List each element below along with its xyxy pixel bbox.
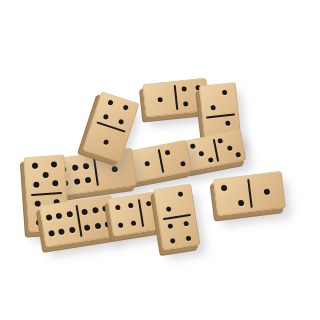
pip	[52, 180, 58, 186]
domino-tile-1-2-chain-mid-center[interactable]	[129, 140, 192, 182]
pip	[183, 221, 189, 227]
pip	[85, 177, 92, 184]
pip	[165, 150, 171, 156]
pip	[33, 182, 39, 188]
pip	[72, 164, 79, 171]
pip	[66, 211, 73, 218]
tile-half-left	[213, 175, 252, 216]
pip	[42, 172, 48, 178]
pip	[128, 203, 134, 209]
pip	[92, 207, 99, 214]
pip	[177, 191, 183, 197]
domino-board	[0, 0, 320, 320]
pip	[45, 214, 52, 221]
pip	[74, 179, 81, 186]
pip	[58, 228, 65, 235]
pip	[118, 222, 124, 228]
pip	[131, 220, 137, 226]
pip	[186, 235, 192, 241]
tile-half-right	[247, 171, 286, 212]
pip	[118, 118, 124, 124]
pip	[145, 201, 151, 207]
tile-half-top	[23, 155, 67, 195]
pip	[182, 86, 187, 91]
pip	[225, 121, 230, 126]
pip	[170, 238, 176, 244]
pip	[84, 224, 91, 231]
pip	[199, 150, 205, 156]
pip	[115, 205, 121, 211]
domino-tile-2-4-chain-bottom-hanging[interactable]	[153, 183, 200, 250]
pip	[102, 113, 108, 119]
pip	[123, 105, 129, 111]
pip	[222, 89, 227, 94]
tile-half-left	[142, 81, 177, 117]
pip	[144, 161, 150, 167]
pip	[69, 227, 76, 234]
pip	[157, 96, 162, 101]
pip	[227, 145, 233, 151]
pip	[107, 100, 113, 106]
pip	[238, 199, 245, 206]
pip	[83, 163, 90, 170]
pip	[112, 166, 119, 173]
pip	[103, 139, 109, 145]
pip	[263, 188, 270, 195]
pip	[208, 157, 214, 163]
pip	[189, 144, 195, 150]
domino-tile-3-3-chain-mid-right[interactable]	[185, 130, 247, 171]
pip	[48, 230, 55, 237]
pip	[210, 105, 215, 110]
pip	[236, 152, 242, 158]
domino-tile-2-1-free-right[interactable]	[213, 171, 286, 216]
pip	[51, 162, 57, 168]
pip	[168, 224, 174, 230]
pip	[183, 101, 188, 106]
pip	[180, 161, 186, 167]
pip	[166, 207, 172, 213]
pip	[81, 208, 88, 215]
pip	[32, 163, 38, 169]
pip	[56, 213, 63, 220]
pip	[94, 223, 101, 230]
pip	[217, 138, 223, 144]
pip	[221, 185, 228, 192]
